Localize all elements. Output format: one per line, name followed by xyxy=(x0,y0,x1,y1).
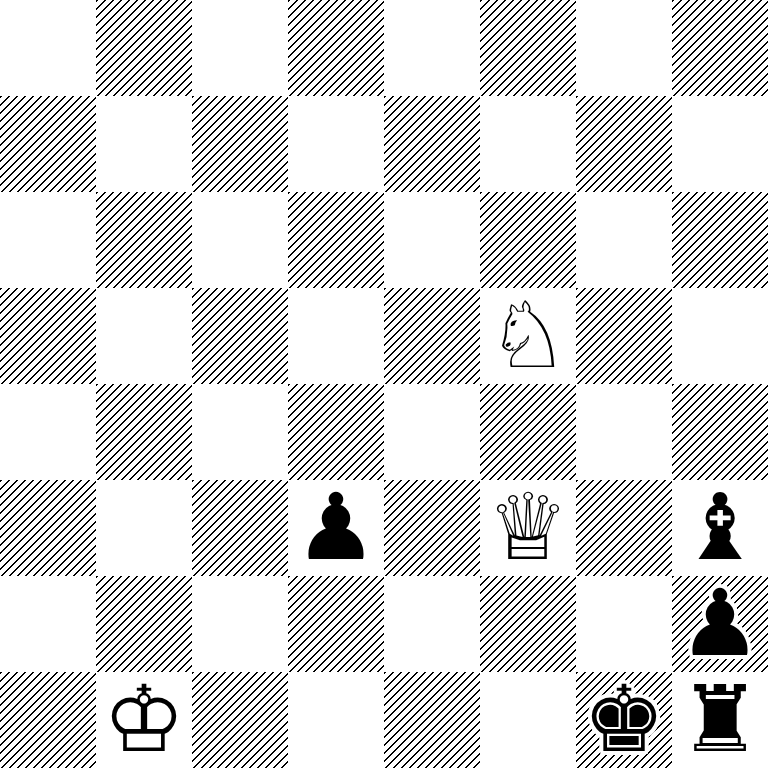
square-f2[interactable] xyxy=(480,576,576,672)
square-c8[interactable] xyxy=(192,0,288,96)
piece-black-pawn-h2[interactable]: ♟ xyxy=(679,576,761,672)
square-e8[interactable] xyxy=(384,0,480,96)
square-g6[interactable] xyxy=(576,192,672,288)
square-c5[interactable] xyxy=(192,288,288,384)
square-h4[interactable] xyxy=(672,384,768,480)
square-d5[interactable] xyxy=(288,288,384,384)
square-c1[interactable] xyxy=(192,672,288,768)
square-a4[interactable] xyxy=(0,384,96,480)
chess-board: ♘♟♕♝♟♔♚♜ xyxy=(0,0,768,768)
piece-white-knight-f5[interactable]: ♘ xyxy=(487,288,569,384)
square-h8[interactable] xyxy=(672,0,768,96)
square-h1[interactable]: ♜ xyxy=(672,672,768,768)
square-f7[interactable] xyxy=(480,96,576,192)
square-b8[interactable] xyxy=(96,0,192,96)
chess-diagram: ♘♟♕♝♟♔♚♜ xyxy=(0,0,768,768)
square-a7[interactable] xyxy=(0,96,96,192)
square-e4[interactable] xyxy=(384,384,480,480)
piece-black-pawn-d3[interactable]: ♟ xyxy=(295,480,377,576)
square-d2[interactable] xyxy=(288,576,384,672)
square-b6[interactable] xyxy=(96,192,192,288)
square-h7[interactable] xyxy=(672,96,768,192)
square-a3[interactable] xyxy=(0,480,96,576)
square-d7[interactable] xyxy=(288,96,384,192)
square-g5[interactable] xyxy=(576,288,672,384)
square-a2[interactable] xyxy=(0,576,96,672)
square-g7[interactable] xyxy=(576,96,672,192)
square-b3[interactable] xyxy=(96,480,192,576)
square-c7[interactable] xyxy=(192,96,288,192)
square-e6[interactable] xyxy=(384,192,480,288)
square-g8[interactable] xyxy=(576,0,672,96)
square-c3[interactable] xyxy=(192,480,288,576)
square-e5[interactable] xyxy=(384,288,480,384)
square-b2[interactable] xyxy=(96,576,192,672)
square-c4[interactable] xyxy=(192,384,288,480)
square-h5[interactable] xyxy=(672,288,768,384)
square-e7[interactable] xyxy=(384,96,480,192)
square-h2[interactable]: ♟ xyxy=(672,576,768,672)
piece-white-queen-f3[interactable]: ♕ xyxy=(487,480,569,576)
square-c6[interactable] xyxy=(192,192,288,288)
square-g4[interactable] xyxy=(576,384,672,480)
square-d3[interactable]: ♟ xyxy=(288,480,384,576)
square-h3[interactable]: ♝ xyxy=(672,480,768,576)
square-c2[interactable] xyxy=(192,576,288,672)
square-d1[interactable] xyxy=(288,672,384,768)
square-b5[interactable] xyxy=(96,288,192,384)
square-d8[interactable] xyxy=(288,0,384,96)
square-b1[interactable]: ♔ xyxy=(96,672,192,768)
square-b7[interactable] xyxy=(96,96,192,192)
square-g2[interactable] xyxy=(576,576,672,672)
square-a6[interactable] xyxy=(0,192,96,288)
piece-black-bishop-h3[interactable]: ♝ xyxy=(679,480,761,576)
square-f1[interactable] xyxy=(480,672,576,768)
square-e3[interactable] xyxy=(384,480,480,576)
square-f6[interactable] xyxy=(480,192,576,288)
square-g1[interactable]: ♚ xyxy=(576,672,672,768)
piece-black-rook-h1[interactable]: ♜ xyxy=(679,672,761,768)
square-d6[interactable] xyxy=(288,192,384,288)
square-f4[interactable] xyxy=(480,384,576,480)
square-f3[interactable]: ♕ xyxy=(480,480,576,576)
square-a8[interactable] xyxy=(0,0,96,96)
square-e2[interactable] xyxy=(384,576,480,672)
square-f8[interactable] xyxy=(480,0,576,96)
square-a1[interactable] xyxy=(0,672,96,768)
square-f5[interactable]: ♘ xyxy=(480,288,576,384)
square-a5[interactable] xyxy=(0,288,96,384)
piece-black-king-g1[interactable]: ♚ xyxy=(583,672,665,768)
square-g3[interactable] xyxy=(576,480,672,576)
square-h6[interactable] xyxy=(672,192,768,288)
square-e1[interactable] xyxy=(384,672,480,768)
square-b4[interactable] xyxy=(96,384,192,480)
square-d4[interactable] xyxy=(288,384,384,480)
piece-white-king-b1[interactable]: ♔ xyxy=(103,672,185,768)
